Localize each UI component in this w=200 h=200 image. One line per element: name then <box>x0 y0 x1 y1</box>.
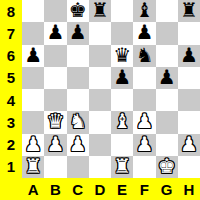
square-f4[interactable] <box>133 89 155 111</box>
square-h2[interactable]: ♟ <box>178 134 200 156</box>
black-rook: ♜ <box>180 0 198 20</box>
square-a7[interactable] <box>22 22 44 44</box>
square-a6[interactable]: ♟ <box>22 45 44 67</box>
file-label-B: B <box>44 178 66 200</box>
square-h3[interactable] <box>178 111 200 133</box>
rank-label-8: 8 <box>0 0 22 22</box>
rank-gutter: 87654321 <box>0 0 22 178</box>
square-b3[interactable]: ♛ <box>44 111 66 133</box>
white-queen: ♛ <box>46 111 64 131</box>
square-c1[interactable] <box>67 156 89 178</box>
black-king: ♚ <box>69 0 87 20</box>
square-h4[interactable] <box>178 89 200 111</box>
square-c8[interactable]: ♚ <box>67 0 89 22</box>
square-g6[interactable] <box>156 45 178 67</box>
square-g3[interactable] <box>156 111 178 133</box>
square-e3[interactable]: ♝ <box>111 111 133 133</box>
square-e1[interactable]: ♜ <box>111 156 133 178</box>
white-pawn: ♟ <box>69 134 87 154</box>
square-b1[interactable] <box>44 156 66 178</box>
white-knight: ♞ <box>69 111 87 131</box>
square-h8[interactable]: ♜ <box>178 0 200 22</box>
square-h7[interactable] <box>178 22 200 44</box>
square-e5[interactable]: ♟ <box>111 67 133 89</box>
black-rook: ♜ <box>91 0 109 20</box>
square-a5[interactable] <box>22 67 44 89</box>
square-g7[interactable] <box>156 22 178 44</box>
square-a4[interactable] <box>22 89 44 111</box>
square-f2[interactable]: ♟ <box>133 134 155 156</box>
black-pawn: ♟ <box>69 22 87 42</box>
square-g8[interactable] <box>156 0 178 22</box>
black-pawn: ♟ <box>158 67 176 87</box>
rank-label-3: 3 <box>0 111 22 133</box>
square-d5[interactable] <box>89 67 111 89</box>
file-gutter: ABCDEFGH <box>0 178 200 200</box>
square-h1[interactable] <box>178 156 200 178</box>
file-label-F: F <box>133 178 155 200</box>
square-h6[interactable]: ♟ <box>178 45 200 67</box>
gutter-corner <box>0 178 22 200</box>
square-a2[interactable]: ♟ <box>22 134 44 156</box>
square-e2[interactable] <box>111 134 133 156</box>
white-pawn: ♟ <box>135 134 153 154</box>
square-b8[interactable] <box>44 0 66 22</box>
white-rook: ♜ <box>24 156 42 176</box>
square-b5[interactable] <box>44 67 66 89</box>
square-e4[interactable] <box>111 89 133 111</box>
rank-label-5: 5 <box>0 67 22 89</box>
square-d8[interactable]: ♜ <box>89 0 111 22</box>
square-f3[interactable]: ♟ <box>133 111 155 133</box>
square-d4[interactable] <box>89 89 111 111</box>
square-f7[interactable]: ♟ <box>133 22 155 44</box>
square-f5[interactable] <box>133 67 155 89</box>
black-pawn: ♟ <box>113 67 131 87</box>
white-pawn: ♟ <box>24 134 42 154</box>
file-label-E: E <box>111 178 133 200</box>
rank-label-1: 1 <box>0 156 22 178</box>
file-label-A: A <box>22 178 44 200</box>
square-d7[interactable] <box>89 22 111 44</box>
square-g4[interactable] <box>156 89 178 111</box>
square-f8[interactable]: ♝ <box>133 0 155 22</box>
square-f6[interactable]: ♞ <box>133 45 155 67</box>
black-queen: ♛ <box>113 45 131 65</box>
square-e8[interactable] <box>111 0 133 22</box>
square-c7[interactable]: ♟ <box>67 22 89 44</box>
black-pawn: ♟ <box>135 22 153 42</box>
white-pawn: ♟ <box>135 111 153 131</box>
file-label-C: C <box>67 178 89 200</box>
square-g5[interactable]: ♟ <box>156 67 178 89</box>
black-pawn: ♟ <box>180 45 198 65</box>
rank-label-2: 2 <box>0 134 22 156</box>
black-bishop: ♝ <box>135 0 153 20</box>
square-d3[interactable] <box>89 111 111 133</box>
rank-label-4: 4 <box>0 89 22 111</box>
black-pawn: ♟ <box>24 45 42 65</box>
square-b4[interactable] <box>44 89 66 111</box>
square-e7[interactable] <box>111 22 133 44</box>
square-c5[interactable] <box>67 67 89 89</box>
white-rook: ♜ <box>113 156 131 176</box>
square-b2[interactable]: ♟ <box>44 134 66 156</box>
square-c2[interactable]: ♟ <box>67 134 89 156</box>
square-b6[interactable] <box>44 45 66 67</box>
white-pawn: ♟ <box>46 134 64 154</box>
file-label-D: D <box>89 178 111 200</box>
square-d1[interactable] <box>89 156 111 178</box>
chess-board: ♚♜♝♜♟♟♟♟♛♞♟♟♟♛♞♝♟♟♟♟♟♟♜♜♚ <box>22 0 200 178</box>
square-a8[interactable] <box>22 0 44 22</box>
square-c6[interactable] <box>67 45 89 67</box>
square-g2[interactable] <box>156 134 178 156</box>
file-label-H: H <box>178 178 200 200</box>
file-label-G: G <box>156 178 178 200</box>
rank-label-6: 6 <box>0 45 22 67</box>
square-a1[interactable]: ♜ <box>22 156 44 178</box>
square-c4[interactable] <box>67 89 89 111</box>
rank-label-7: 7 <box>0 22 22 44</box>
square-h5[interactable] <box>178 67 200 89</box>
square-a3[interactable] <box>22 111 44 133</box>
black-pawn: ♟ <box>46 22 64 42</box>
black-knight: ♞ <box>135 45 153 65</box>
square-d6[interactable] <box>89 45 111 67</box>
square-f1[interactable] <box>133 156 155 178</box>
square-b7[interactable]: ♟ <box>44 22 66 44</box>
white-bishop: ♝ <box>113 111 131 131</box>
white-pawn: ♟ <box>180 134 198 154</box>
square-d2[interactable] <box>89 134 111 156</box>
square-g1[interactable]: ♚ <box>156 156 178 178</box>
square-c3[interactable]: ♞ <box>67 111 89 133</box>
chess-diagram: 87654321 ♚♜♝♜♟♟♟♟♛♞♟♟♟♛♞♝♟♟♟♟♟♟♜♜♚ ABCDE… <box>0 0 200 200</box>
square-e6[interactable]: ♛ <box>111 45 133 67</box>
white-king: ♚ <box>158 156 176 176</box>
